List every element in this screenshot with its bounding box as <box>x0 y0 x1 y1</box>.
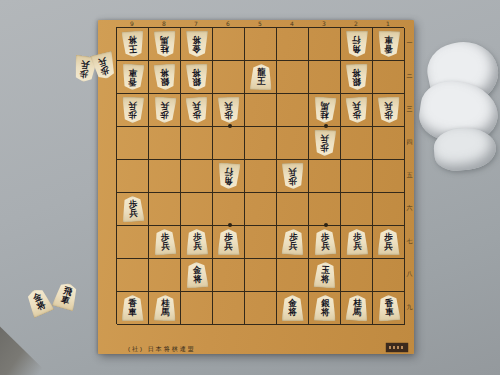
piece-sente-歩兵[interactable]: 歩兵 <box>185 229 208 256</box>
board-cell-4四 <box>277 127 309 160</box>
board-cell-8三: 歩兵 <box>149 94 181 127</box>
piece-sente-龍王[interactable]: 龍王 <box>249 64 272 91</box>
piece-kanji: 兵 <box>288 242 297 252</box>
board-cell-1八 <box>373 259 405 292</box>
piece-kanji: 車 <box>128 308 137 318</box>
board-cell-3四: 歩兵 <box>309 127 341 160</box>
piece-kanji: 行 <box>224 166 233 176</box>
board-cell-7七: 歩兵 <box>181 226 213 259</box>
piece-kanji: 兵 <box>128 209 137 219</box>
board-cell-1二 <box>373 61 405 94</box>
piece-kanji: 車 <box>128 67 137 77</box>
board-cell-8五 <box>149 160 181 193</box>
board-cell-2一: 角行 <box>341 28 373 61</box>
board-cell-6七: 歩兵 <box>213 226 245 259</box>
hoshi-dot <box>324 223 328 227</box>
board-cell-7四 <box>181 127 213 160</box>
piece-sente-歩兵[interactable]: 歩兵 <box>378 229 400 255</box>
piece-kanji: 兵 <box>288 166 297 176</box>
piece-gote-桂馬[interactable]: 桂馬 <box>153 31 176 58</box>
board-cell-8一: 桂馬 <box>149 28 181 61</box>
board-cell-8六 <box>149 193 181 226</box>
board-cell-8二: 銀将 <box>149 61 181 94</box>
plastic-bag <box>420 42 500 170</box>
piece-gote-桂馬[interactable]: 桂馬 <box>313 96 336 123</box>
piece-sente-歩兵[interactable]: 歩兵 <box>345 229 368 256</box>
piece-sente-玉将[interactable]: 玉将 <box>313 261 336 288</box>
piece-gote-王将[interactable]: 王将 <box>121 30 144 57</box>
piece-kanji: 銀 <box>192 77 201 87</box>
piece-sente-銀将[interactable]: 銀将 <box>313 295 336 322</box>
rank-label-一: 一 <box>405 39 414 48</box>
piece-sente-歩兵[interactable]: 歩兵 <box>121 195 144 222</box>
piece-kanji: 兵 <box>224 100 233 110</box>
piece-kanji: 馬 <box>160 308 169 318</box>
board-cell-5六 <box>245 193 277 226</box>
board-grid: 王将桂馬金将角行香車香車銀将銀将龍王銀将歩兵歩兵歩兵歩兵桂馬歩兵歩兵歩兵角行歩兵… <box>116 27 404 324</box>
board-cell-9三: 歩兵 <box>117 94 149 127</box>
board-cell-3三: 桂馬 <box>309 94 341 127</box>
board-cell-7五 <box>181 160 213 193</box>
board-cell-8四 <box>149 127 181 160</box>
piece-kanji: 将 <box>352 67 361 77</box>
piece-sente-歩兵[interactable]: 歩兵 <box>218 229 240 255</box>
board-cell-1九: 香車 <box>373 292 405 325</box>
piece-kanji: 桂 <box>320 110 329 120</box>
board-cell-4七: 歩兵 <box>277 226 309 259</box>
piece-kanji: 香 <box>384 44 393 54</box>
board-cell-2三: 歩兵 <box>341 94 373 127</box>
board-cell-4五: 歩兵 <box>277 160 309 193</box>
board-cell-3九: 銀将 <box>309 292 341 325</box>
piece-kanji: 兵 <box>128 100 137 110</box>
piece-sente-金将[interactable]: 金将 <box>282 295 304 321</box>
piece-kanji: 歩 <box>352 110 361 120</box>
piece-gote-金将[interactable]: 金将 <box>186 31 208 57</box>
board-cell-1七: 歩兵 <box>373 226 405 259</box>
piece-sente-金将[interactable]: 金将 <box>24 286 55 319</box>
rank-label-九: 九 <box>405 303 414 312</box>
board-cell-5八 <box>245 259 277 292</box>
piece-kanji: 将 <box>288 308 297 318</box>
board-cell-5二: 龍王 <box>245 61 277 94</box>
piece-kanji: 金 <box>192 44 201 54</box>
board-cell-7一: 金将 <box>181 28 213 61</box>
table-surface: 987654321 一二三四五六七八九 王将桂馬金将角行香車香車銀将銀将龍王銀将… <box>0 0 500 375</box>
board-cell-2九: 桂馬 <box>341 292 373 325</box>
piece-kanji: 兵 <box>192 100 201 110</box>
board-cell-6一 <box>213 28 245 61</box>
board-cell-5三 <box>245 94 277 127</box>
piece-kanji: 将 <box>192 275 201 285</box>
piece-kanji: 歩 <box>128 110 137 120</box>
piece-gote-香車[interactable]: 香車 <box>121 63 144 90</box>
piece-kanji: 将 <box>192 67 201 77</box>
board-cell-5七 <box>245 226 277 259</box>
piece-kanji: 兵 <box>384 100 393 110</box>
piece-kanji: 車 <box>384 34 393 44</box>
board-cell-1六 <box>373 193 405 226</box>
board-cell-1四 <box>373 127 405 160</box>
piece-sente-金将[interactable]: 金将 <box>185 261 208 288</box>
piece-sente-桂馬[interactable]: 桂馬 <box>153 295 176 322</box>
rank-label-六: 六 <box>405 204 414 213</box>
piece-kanji: 王 <box>256 77 265 87</box>
piece-kanji: 歩 <box>320 143 329 153</box>
piece-kanji: 歩 <box>192 110 201 120</box>
piece-kanji: 歩 <box>160 110 169 120</box>
board-cell-4一 <box>277 28 309 61</box>
board-cell-8九: 桂馬 <box>149 292 181 325</box>
piece-sente-桂馬[interactable]: 桂馬 <box>345 294 368 321</box>
piece-sente-歩兵[interactable]: 歩兵 <box>153 228 176 255</box>
file-label-7: 7 <box>180 20 212 27</box>
piece-gote-銀将[interactable]: 銀将 <box>345 64 368 91</box>
piece-gote-歩兵[interactable]: 歩兵 <box>313 130 336 157</box>
piece-kanji: 兵 <box>98 56 109 67</box>
board-cell-9六: 歩兵 <box>117 193 149 226</box>
piece-kanji: 角 <box>352 44 361 54</box>
piece-kanji: 将 <box>160 67 169 77</box>
board-cell-4二 <box>277 61 309 94</box>
board-cell-1一: 香車 <box>373 28 405 61</box>
piece-kanji: 将 <box>320 275 329 285</box>
board-cell-3二 <box>309 61 341 94</box>
rank-label-四: 四 <box>405 138 414 147</box>
board-cell-2五 <box>341 160 373 193</box>
piece-kanji: 兵 <box>352 242 361 252</box>
piece-kanji: 兵 <box>384 242 393 252</box>
piece-kanji: 王 <box>128 44 137 54</box>
file-label-4: 4 <box>276 20 308 27</box>
board-cell-5一 <box>245 28 277 61</box>
board-cell-3六 <box>309 193 341 226</box>
board-cell-2七: 歩兵 <box>341 226 373 259</box>
hoshi-dot <box>324 124 328 128</box>
board-cell-9四 <box>117 127 149 160</box>
rank-label-七: 七 <box>405 237 414 246</box>
piece-gote-香車[interactable]: 香車 <box>377 31 400 58</box>
piece-kanji: 銀 <box>352 77 361 87</box>
piece-gote-角行[interactable]: 角行 <box>346 31 368 57</box>
board-cell-6五: 角行 <box>213 160 245 193</box>
board-cell-1三: 歩兵 <box>373 94 405 127</box>
piece-kanji: 歩 <box>384 110 393 120</box>
rank-label-八: 八 <box>405 270 414 279</box>
piece-kanji: 香 <box>128 77 137 87</box>
board-cell-8七: 歩兵 <box>149 226 181 259</box>
rank-label-二: 二 <box>405 72 414 81</box>
piece-gote-歩兵[interactable]: 歩兵 <box>185 96 208 123</box>
board-cell-7六 <box>181 193 213 226</box>
board-cell-2二: 銀将 <box>341 61 373 94</box>
piece-kanji: 兵 <box>320 242 329 252</box>
piece-kanji: 将 <box>192 35 201 45</box>
file-label-1: 1 <box>372 20 404 27</box>
piece-gote-歩兵[interactable]: 歩兵 <box>153 96 176 123</box>
maker-stamp <box>386 343 408 352</box>
board-cell-3一 <box>309 28 341 61</box>
board-cell-2四 <box>341 127 373 160</box>
piece-kanji: 兵 <box>224 242 233 252</box>
piece-kanji: 角 <box>224 176 233 186</box>
piece-gote-銀将[interactable]: 銀将 <box>185 64 208 91</box>
hoshi-dot <box>228 223 232 227</box>
board-cell-4六 <box>277 193 309 226</box>
piece-gote-歩兵[interactable]: 歩兵 <box>217 97 240 124</box>
board-cell-3八: 玉将 <box>309 259 341 292</box>
piece-kanji: 将 <box>35 300 47 312</box>
piece-gote-歩兵[interactable]: 歩兵 <box>121 97 144 124</box>
board-cell-4九: 金将 <box>277 292 309 325</box>
board-cell-1五 <box>373 160 405 193</box>
piece-gote-歩兵[interactable]: 歩兵 <box>281 163 304 190</box>
board-cell-7三: 歩兵 <box>181 94 213 127</box>
piece-sente-香車[interactable]: 香車 <box>122 295 144 321</box>
board-cell-6六 <box>213 193 245 226</box>
piece-kanji: 歩 <box>224 110 233 120</box>
piece-kanji: 兵 <box>192 242 201 252</box>
piece-kanji: 将 <box>320 308 329 318</box>
piece-kanji: 兵 <box>81 59 91 70</box>
piece-kanji: 馬 <box>160 34 169 44</box>
piece-kanji: 歩 <box>288 176 297 186</box>
piece-kanji: 将 <box>128 34 137 44</box>
piece-kanji: 馬 <box>352 308 361 318</box>
piece-gote-歩兵[interactable]: 歩兵 <box>345 96 368 123</box>
piece-kanji: 兵 <box>352 100 361 110</box>
board-cell-7八: 金将 <box>181 259 213 292</box>
board-cell-6三: 歩兵 <box>213 94 245 127</box>
board-cell-9九: 香車 <box>117 292 149 325</box>
board-cell-3五 <box>309 160 341 193</box>
board-cell-6二 <box>213 61 245 94</box>
board-cell-9五 <box>117 160 149 193</box>
piece-sente-歩兵[interactable]: 歩兵 <box>281 228 304 255</box>
piece-kanji: 銀 <box>160 77 169 87</box>
board-cell-4三 <box>277 94 309 127</box>
board-cell-5九 <box>245 292 277 325</box>
board-cell-7九 <box>181 292 213 325</box>
rank-label-五: 五 <box>405 171 414 180</box>
board-cell-2六 <box>341 193 373 226</box>
hoshi-dot <box>228 124 232 128</box>
piece-kanji: 兵 <box>160 242 169 252</box>
file-label-2: 2 <box>340 20 372 27</box>
piece-sente-歩兵[interactable]: 歩兵 <box>313 228 336 255</box>
board-cell-6九 <box>213 292 245 325</box>
board-cell-8八 <box>149 259 181 292</box>
piece-kanji: 車 <box>59 295 70 306</box>
board-cell-6八 <box>213 259 245 292</box>
piece-kanji: 兵 <box>160 100 169 110</box>
table-edge-shadow <box>0 318 90 375</box>
board-cell-5四 <box>245 127 277 160</box>
shogi-board: 987654321 一二三四五六七八九 王将桂馬金将角行香車香車銀将銀将龍王銀将… <box>98 20 414 354</box>
association-inscription: (社) 日本将棋連盟 <box>128 345 196 354</box>
file-label-6: 6 <box>212 20 244 27</box>
board-cell-9八 <box>117 259 149 292</box>
file-label-8: 8 <box>148 20 180 27</box>
piece-gote-歩兵[interactable]: 歩兵 <box>377 97 400 124</box>
piece-kanji: 行 <box>352 35 361 45</box>
file-label-9: 9 <box>116 20 148 27</box>
file-label-3: 3 <box>308 20 340 27</box>
board-cell-3七: 歩兵 <box>309 226 341 259</box>
board-cell-5五 <box>245 160 277 193</box>
board-cell-2八 <box>341 259 373 292</box>
piece-sente-飛車[interactable]: 飛車 <box>52 280 80 311</box>
piece-gote-角行[interactable]: 角行 <box>217 162 240 189</box>
board-cell-9二: 香車 <box>117 61 149 94</box>
board-cell-6四 <box>213 127 245 160</box>
rank-label-三: 三 <box>405 105 414 114</box>
board-cell-9七 <box>117 226 149 259</box>
board-cell-7二: 銀将 <box>181 61 213 94</box>
piece-kanji: 桂 <box>160 44 169 54</box>
piece-sente-香車[interactable]: 香車 <box>377 294 400 321</box>
board-cell-9一: 王将 <box>117 28 149 61</box>
piece-kanji: 馬 <box>320 100 329 110</box>
board-cell-4八 <box>277 259 309 292</box>
file-label-5: 5 <box>244 20 276 27</box>
piece-kanji: 兵 <box>320 133 329 143</box>
piece-gote-銀将[interactable]: 銀将 <box>153 63 176 90</box>
piece-kanji: 車 <box>384 308 393 318</box>
